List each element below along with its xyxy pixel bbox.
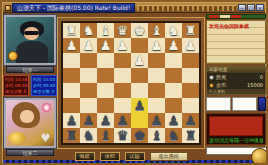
board-square-r1c3[interactable]: ♟: [114, 38, 131, 53]
board-square-r7c6[interactable]: ♞: [165, 128, 182, 143]
sunglasses-icon: [24, 31, 39, 35]
board-square-r4c5[interactable]: [148, 83, 165, 98]
board-square-r3c4[interactable]: [131, 68, 148, 83]
welcome-text: 欢迎光临国际象棋: [209, 23, 263, 29]
board-square-r0c5[interactable]: ♝: [148, 23, 165, 38]
black-king: ♚: [131, 128, 148, 143]
board-square-r6c2[interactable]: ♟: [97, 113, 114, 128]
board-square-r1c5[interactable]: ♟: [148, 38, 165, 53]
game-window: 山游天下 - 国际象棋(05.00) Rate! Build! ─ □ × 玩家…: [0, 0, 268, 165]
black-knight: ♞: [165, 128, 182, 143]
black-pawn: ♟: [97, 113, 114, 128]
white-king: ♚: [131, 23, 148, 38]
board-square-r1c7[interactable]: ♟: [182, 38, 199, 53]
board-square-r4c0[interactable]: [63, 83, 80, 98]
board-square-r5c7[interactable]: [182, 98, 199, 113]
board-square-r2c6[interactable]: [165, 53, 182, 68]
board-square-r6c4[interactable]: [131, 113, 148, 128]
board-square-r7c3[interactable]: ♛: [114, 128, 131, 143]
board-square-r0c6[interactable]: ♞: [165, 23, 182, 38]
black-rook: ♜: [63, 128, 80, 143]
board-frame: ♜♞♝♛♚♝♞♜♟♟♟♟♟♟♟♟♟♟♟♟♟♟♟♟♜♞♝♛♚♝♞♜: [57, 17, 205, 149]
black-pawn: ♟: [165, 113, 182, 128]
white-bishop: ♝: [148, 23, 165, 38]
board-square-r6c0[interactable]: ♟: [63, 113, 80, 128]
timer-row: 时间 14:58: [5, 77, 26, 82]
board-square-r3c0[interactable]: [63, 68, 80, 83]
flower-icon: [42, 103, 51, 112]
player-avatar: [4, 98, 56, 148]
announcement-panel: 滚动消息每隔一分钟播放一次: [206, 113, 266, 145]
timers: 时间 14:58 步时 00:30 提示次数 0 时间 15:00 步时 00:…: [3, 75, 57, 96]
right-sidebar: 欢迎光临国际象棋 玩家信息 胜局 0 金币 15000 个人资料: [205, 13, 268, 159]
timer-row: 步时 00:30: [33, 83, 54, 88]
player-nameplate: 玩家二: [6, 149, 54, 156]
board-square-r5c2[interactable]: [97, 98, 114, 113]
black-queen: ♛: [114, 128, 131, 143]
send-button[interactable]: [258, 97, 266, 111]
board-square-r0c7[interactable]: ♜: [182, 23, 199, 38]
board-square-r7c5[interactable]: ♝: [148, 128, 165, 143]
score-label: 胜局: [216, 74, 258, 80]
white-pawn: ♟: [148, 38, 165, 53]
score-row: 胜局 0: [207, 73, 265, 81]
avatar-face: [20, 110, 34, 123]
left-sidebar: 玩家一 时间 14:58 步时 00:30 提示次数 0 时间 15:00 步时…: [3, 13, 57, 159]
message-box-right[interactable]: [232, 97, 257, 111]
avatar-torso: [16, 41, 48, 65]
board-square-r5c4[interactable]: ♟: [131, 98, 148, 113]
board-square-r6c3[interactable]: ♟: [114, 113, 131, 128]
black-pawn: ♟: [63, 113, 80, 128]
white-rook: ♜: [182, 23, 199, 38]
board-square-r5c0[interactable]: [63, 98, 80, 113]
board-square-r4c2[interactable]: [97, 83, 114, 98]
chess-board[interactable]: ♜♞♝♛♚♝♞♜♟♟♟♟♟♟♟♟♟♟♟♟♟♟♟♟♜♞♝♛♚♝♞♜: [63, 23, 199, 143]
corner-gold-ornament-icon: [251, 148, 268, 165]
board-square-r2c5[interactable]: [148, 53, 165, 68]
board-square-r6c1[interactable]: ♟: [80, 113, 97, 128]
titlebar-ornament: [137, 5, 236, 11]
white-pawn-icon: [209, 75, 214, 80]
app-icon: [5, 5, 11, 11]
board-square-r0c4[interactable]: ♚: [131, 23, 148, 38]
score-panel: 玩家信息 胜局 0 金币 15000 个人资料: [206, 66, 266, 95]
black-bishop: ♝: [97, 128, 114, 143]
timer-row: 提示次数 0: [33, 89, 54, 94]
board-square-r3c5[interactable]: [148, 68, 165, 83]
black-bishop: ♝: [148, 128, 165, 143]
score-value: 15000: [247, 82, 263, 88]
score-value: 0: [260, 74, 263, 80]
opponent-nameplate: 玩家一: [6, 66, 54, 73]
title-bar: 山游天下 - 国际象棋(05.00) Rate! Build! ─ □ ×: [3, 3, 265, 13]
timer-row: 时间 15:00: [33, 77, 54, 82]
board-square-r2c7[interactable]: [182, 53, 199, 68]
board-square-r2c0[interactable]: [63, 53, 80, 68]
black-pawn: ♟: [148, 113, 165, 128]
white-rook: ♜: [63, 23, 80, 38]
board-square-r6c6[interactable]: ♟: [165, 113, 182, 128]
window-title: 山游天下 - 国际象棋(05.00) Rate! Build!: [12, 3, 135, 13]
board-square-r7c7[interactable]: ♜: [182, 128, 199, 143]
white-queen: ♛: [114, 23, 131, 38]
offer-draw-button[interactable]: 求和: [100, 152, 120, 161]
board-square-r2c4[interactable]: ♟: [131, 53, 148, 68]
tab-red[interactable]: [209, 15, 219, 18]
timer-row: 步时 00:30: [5, 83, 26, 88]
clock-badge-icon: [8, 51, 18, 61]
maximize-button[interactable]: □: [247, 4, 255, 11]
message-box-left[interactable]: [206, 97, 231, 111]
board-square-r1c4[interactable]: [131, 38, 148, 53]
board-square-r5c3[interactable]: [114, 98, 131, 113]
white-knight: ♞: [80, 23, 97, 38]
black-rook: ♜: [182, 128, 199, 143]
heart-icon: [41, 133, 50, 142]
coin-icon: [209, 83, 214, 88]
black-pawn: ♟: [114, 113, 131, 128]
board-square-r3c2[interactable]: [97, 68, 114, 83]
board-square-r4c4[interactable]: [131, 83, 148, 98]
score-label: 金币: [216, 82, 245, 88]
board-area: ♜♞♝♛♚♝♞♜♟♟♟♟♟♟♟♟♟♟♟♟♟♟♟♟♜♞♝♛♚♝♞♜ 悔棋 求和 认…: [57, 13, 205, 159]
white-bishop: ♝: [97, 23, 114, 38]
board-square-r1c1[interactable]: ♟: [80, 38, 97, 53]
board-square-r3c6[interactable]: [165, 68, 182, 83]
white-pawn: ♟: [80, 38, 97, 53]
opponent-avatar: [4, 15, 56, 65]
announcement-marquee: 滚动消息每隔一分钟播放一次: [209, 137, 263, 143]
black-pawn: ♟: [80, 113, 97, 128]
resign-button[interactable]: 认输: [125, 152, 145, 161]
white-pawn: ♟: [182, 38, 199, 53]
board-square-r7c0[interactable]: ♜: [63, 128, 80, 143]
close-button[interactable]: ×: [256, 4, 264, 11]
message-boxes: [206, 97, 266, 111]
board-square-r0c3[interactable]: ♛: [114, 23, 131, 38]
white-pawn: ♟: [97, 38, 114, 53]
tab-red[interactable]: [231, 15, 241, 18]
board-square-r6c5[interactable]: ♟: [148, 113, 165, 128]
board-square-r1c6[interactable]: ♟: [165, 38, 182, 53]
exit-room-button[interactable]: 退出房间: [150, 152, 188, 161]
board-square-r0c1[interactable]: ♞: [80, 23, 97, 38]
board-square-r2c1[interactable]: [80, 53, 97, 68]
white-pawn: ♟: [63, 38, 80, 53]
board-square-r3c3[interactable]: [114, 68, 131, 83]
board-square-r1c0[interactable]: ♟: [63, 38, 80, 53]
score-row: 金币 15000: [207, 81, 265, 89]
white-pawn: ♟: [165, 38, 182, 53]
gold-ornament: [8, 132, 26, 144]
board-square-r4c7[interactable]: [182, 83, 199, 98]
board-square-r5c1[interactable]: [80, 98, 97, 113]
board-square-r7c4[interactable]: ♚: [131, 128, 148, 143]
minimize-button[interactable]: ─: [238, 4, 246, 11]
black-knight: ♞: [80, 128, 97, 143]
tab-light[interactable]: [220, 15, 230, 18]
board-square-r2c3[interactable]: [114, 53, 131, 68]
timer-row: 提示次数 0: [5, 89, 26, 94]
board-square-r4c3[interactable]: [114, 83, 131, 98]
announcement-banner: [209, 116, 263, 136]
board-square-r4c6[interactable]: [165, 83, 182, 98]
board-square-r5c5[interactable]: [148, 98, 165, 113]
board-square-r7c2[interactable]: ♝: [97, 128, 114, 143]
white-knight: ♞: [165, 23, 182, 38]
board-square-r4c1[interactable]: [80, 83, 97, 98]
white-pawn: ♟: [131, 53, 148, 68]
board-square-r2c2[interactable]: [97, 53, 114, 68]
board-square-r3c7[interactable]: [182, 68, 199, 83]
undo-button[interactable]: 悔棋: [75, 152, 95, 161]
score-panel-footer[interactable]: 个人资料: [207, 89, 265, 94]
board-square-r3c1[interactable]: [80, 68, 97, 83]
board-square-r6c7[interactable]: ♟: [182, 113, 199, 128]
white-pawn: ♟: [114, 38, 131, 53]
timer-panel-blue: 时间 15:00 步时 00:30 提示次数 0: [31, 75, 57, 96]
room-list-panel: 欢迎光临国际象棋: [206, 20, 266, 64]
board-square-r0c2[interactable]: ♝: [97, 23, 114, 38]
board-square-r1c2[interactable]: ♟: [97, 38, 114, 53]
black-pawn: ♟: [182, 113, 199, 128]
game-toolbar: 悔棋 求和 认输 退出房间: [75, 152, 188, 161]
board-square-r5c6[interactable]: [165, 98, 182, 113]
board-square-r0c0[interactable]: ♜: [63, 23, 80, 38]
black-pawn: ♟: [131, 98, 148, 113]
board-square-r7c1[interactable]: ♞: [80, 128, 97, 143]
sidebar-tabstrip[interactable]: [206, 14, 266, 19]
timer-panel-red: 时间 14:58 步时 00:30 提示次数 0: [3, 75, 29, 96]
